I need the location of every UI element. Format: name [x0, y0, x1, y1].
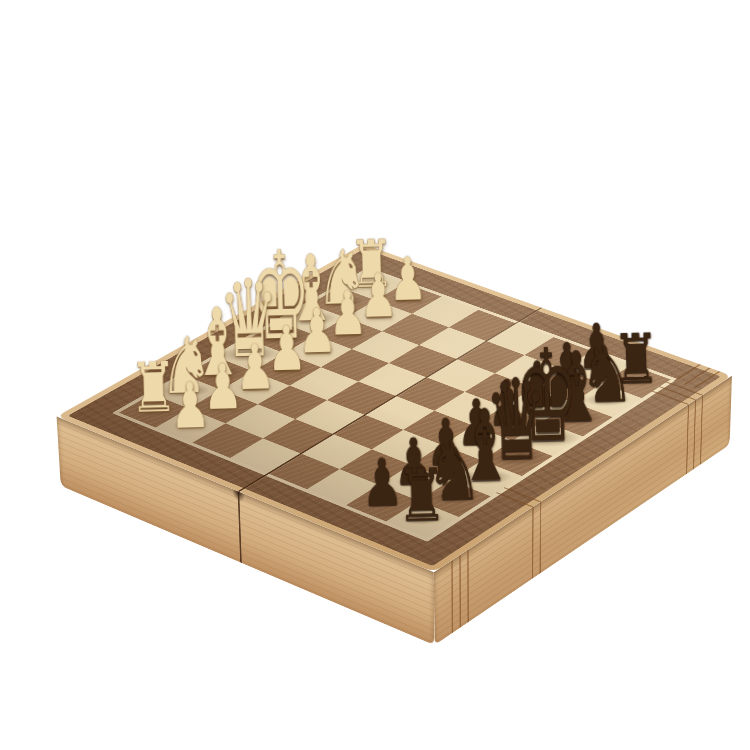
square-a6 [307, 469, 379, 505]
chess-board [57, 244, 732, 572]
scene: ♜♞♝♛♚♝♞♜♟♟♟♟♟♟♟♟♜♞♝♛♚♝♞♜♟♟♟♟♟♟♟♟ [0, 0, 750, 750]
square-c8 [450, 460, 521, 496]
side-groove [686, 404, 689, 474]
square-b4 [263, 419, 333, 454]
corner-groove [652, 391, 689, 405]
square-e7 [473, 407, 543, 441]
square-a5 [268, 454, 339, 490]
square-e6 [434, 392, 503, 426]
square-c7 [411, 445, 482, 480]
side-groove [700, 395, 703, 465]
square-b3 [225, 404, 295, 438]
square-a4 [230, 438, 301, 473]
square-e8 [513, 421, 583, 456]
square-d7 [442, 426, 512, 461]
square-a3 [193, 423, 263, 458]
square-d8 [482, 441, 553, 476]
side-groove [539, 502, 541, 574]
side-groove [693, 399, 696, 469]
edge-groove [496, 492, 534, 507]
board-3d-wrapper [0, 0, 750, 750]
square-a8 [386, 501, 459, 538]
square-f8 [543, 402, 613, 436]
side-groove [467, 549, 469, 622]
side-groove [451, 560, 453, 634]
square-c4 [295, 400, 365, 434]
edge-groove [503, 487, 541, 502]
product-photo: Wooden folding chess set with walnut and… [0, 0, 750, 750]
square-c6 [372, 430, 443, 465]
square-c5 [333, 415, 403, 449]
square-b8 [419, 480, 491, 517]
square-d5 [365, 396, 434, 430]
square-d6 [403, 411, 473, 445]
side-groove [459, 555, 461, 629]
square-a2 [156, 408, 226, 442]
square-b7 [379, 465, 451, 501]
square-a7 [346, 485, 418, 522]
side-groove [532, 507, 534, 580]
square-b6 [340, 449, 411, 485]
square-b5 [301, 434, 372, 469]
